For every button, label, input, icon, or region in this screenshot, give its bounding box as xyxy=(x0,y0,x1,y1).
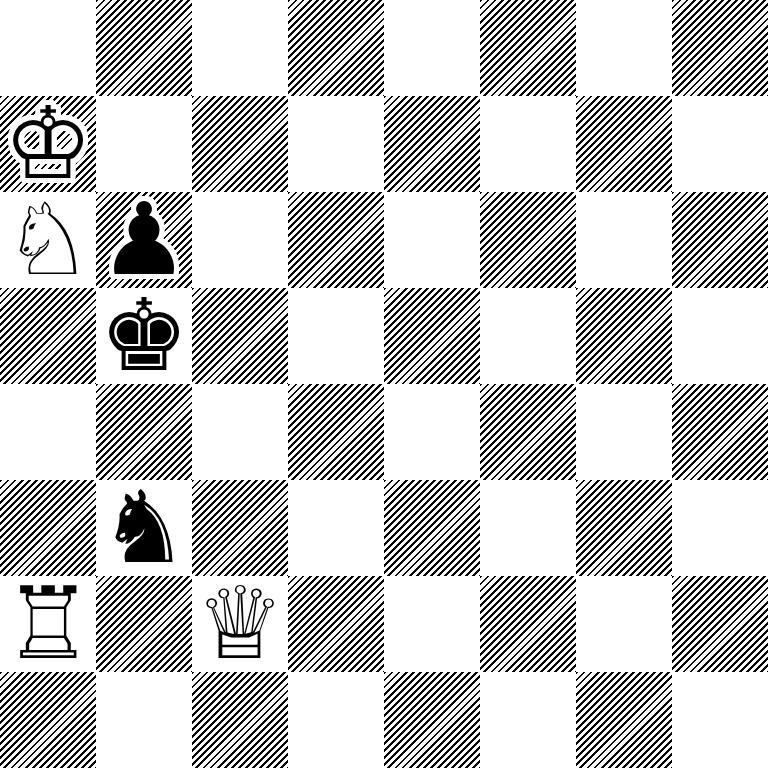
square-g2[interactable] xyxy=(576,576,672,672)
square-f1[interactable] xyxy=(480,672,576,768)
square-c1[interactable] xyxy=(192,672,288,768)
square-e1[interactable] xyxy=(384,672,480,768)
square-d7[interactable] xyxy=(288,96,384,192)
square-d3[interactable] xyxy=(288,480,384,576)
square-b1[interactable] xyxy=(96,672,192,768)
square-a5[interactable] xyxy=(0,288,96,384)
square-a6[interactable]: ♘ xyxy=(0,192,96,288)
square-b3[interactable]: ♞ xyxy=(96,480,192,576)
square-f5[interactable] xyxy=(480,288,576,384)
square-g1[interactable] xyxy=(576,672,672,768)
square-d4[interactable] xyxy=(288,384,384,480)
square-g4[interactable] xyxy=(576,384,672,480)
square-e2[interactable] xyxy=(384,576,480,672)
square-c8[interactable] xyxy=(192,0,288,96)
square-d1[interactable] xyxy=(288,672,384,768)
square-f7[interactable] xyxy=(480,96,576,192)
chessboard: ♔♘♟♚♞♖♕ xyxy=(0,0,768,768)
square-f8[interactable] xyxy=(480,0,576,96)
square-c2[interactable]: ♕ xyxy=(192,576,288,672)
piece-white-knight[interactable]: ♘ xyxy=(3,192,93,288)
square-d2[interactable] xyxy=(288,576,384,672)
piece-white-king[interactable]: ♔ xyxy=(3,96,93,192)
square-h3[interactable] xyxy=(672,480,768,576)
square-g5[interactable] xyxy=(576,288,672,384)
square-c6[interactable] xyxy=(192,192,288,288)
square-e3[interactable] xyxy=(384,480,480,576)
square-f2[interactable] xyxy=(480,576,576,672)
square-d5[interactable] xyxy=(288,288,384,384)
piece-black-pawn[interactable]: ♟ xyxy=(99,192,189,288)
square-c7[interactable] xyxy=(192,96,288,192)
square-f6[interactable] xyxy=(480,192,576,288)
square-e7[interactable] xyxy=(384,96,480,192)
square-h5[interactable] xyxy=(672,288,768,384)
square-a3[interactable] xyxy=(0,480,96,576)
square-b5[interactable]: ♚ xyxy=(96,288,192,384)
square-h2[interactable] xyxy=(672,576,768,672)
square-a8[interactable] xyxy=(0,0,96,96)
square-f3[interactable] xyxy=(480,480,576,576)
square-d6[interactable] xyxy=(288,192,384,288)
square-e4[interactable] xyxy=(384,384,480,480)
square-a2[interactable]: ♖ xyxy=(0,576,96,672)
piece-black-knight[interactable]: ♞ xyxy=(99,480,189,576)
square-b4[interactable] xyxy=(96,384,192,480)
square-h7[interactable] xyxy=(672,96,768,192)
square-g7[interactable] xyxy=(576,96,672,192)
square-g6[interactable] xyxy=(576,192,672,288)
square-h6[interactable] xyxy=(672,192,768,288)
square-d8[interactable] xyxy=(288,0,384,96)
square-a4[interactable] xyxy=(0,384,96,480)
square-e8[interactable] xyxy=(384,0,480,96)
square-c4[interactable] xyxy=(192,384,288,480)
square-b7[interactable] xyxy=(96,96,192,192)
square-b8[interactable] xyxy=(96,0,192,96)
square-b2[interactable] xyxy=(96,576,192,672)
square-b6[interactable]: ♟ xyxy=(96,192,192,288)
square-h4[interactable] xyxy=(672,384,768,480)
square-g8[interactable] xyxy=(576,0,672,96)
square-a1[interactable] xyxy=(0,672,96,768)
square-e6[interactable] xyxy=(384,192,480,288)
square-h8[interactable] xyxy=(672,0,768,96)
piece-white-rook[interactable]: ♖ xyxy=(3,576,93,672)
square-a7[interactable]: ♔ xyxy=(0,96,96,192)
square-c5[interactable] xyxy=(192,288,288,384)
square-c3[interactable] xyxy=(192,480,288,576)
square-h1[interactable] xyxy=(672,672,768,768)
square-f4[interactable] xyxy=(480,384,576,480)
piece-black-king[interactable]: ♚ xyxy=(99,288,189,384)
piece-white-queen[interactable]: ♕ xyxy=(195,576,285,672)
square-e5[interactable] xyxy=(384,288,480,384)
square-g3[interactable] xyxy=(576,480,672,576)
